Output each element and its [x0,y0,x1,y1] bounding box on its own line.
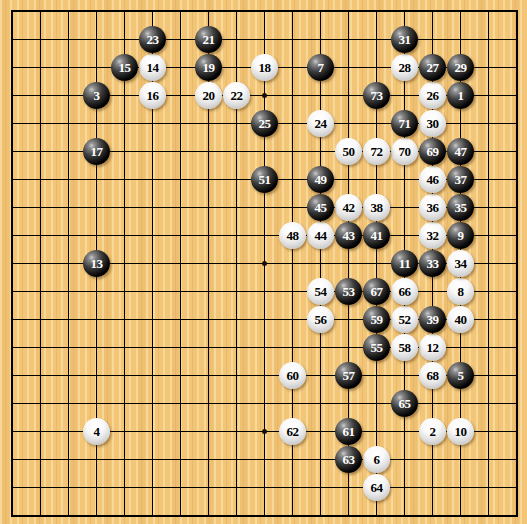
stone-white-12[interactable]: 12 [419,334,446,361]
stone-black-65[interactable]: 65 [391,390,418,417]
stone-black-37[interactable]: 37 [447,166,474,193]
stone-white-26[interactable]: 26 [419,82,446,109]
stone-white-34[interactable]: 34 [447,250,474,277]
stone-white-24[interactable]: 24 [307,110,334,137]
stone-black-51[interactable]: 51 [251,166,278,193]
stone-black-57[interactable]: 57 [335,362,362,389]
stone-white-50[interactable]: 50 [335,138,362,165]
stone-white-64[interactable]: 64 [363,474,390,501]
stone-white-44[interactable]: 44 [307,222,334,249]
stone-black-1[interactable]: 1 [447,82,474,109]
stones-layer: 1234567891011121314151617181920212223242… [0,0,527,524]
go-board-diagram: 1234567891011121314151617181920212223242… [0,0,527,524]
stone-black-15[interactable]: 15 [111,54,138,81]
stone-black-45[interactable]: 45 [307,194,334,221]
stone-black-5[interactable]: 5 [447,362,474,389]
stone-black-19[interactable]: 19 [195,54,222,81]
stone-black-35[interactable]: 35 [447,194,474,221]
stone-white-46[interactable]: 46 [419,166,446,193]
stone-white-18[interactable]: 18 [251,54,278,81]
stone-white-16[interactable]: 16 [139,82,166,109]
stone-black-67[interactable]: 67 [363,278,390,305]
stone-white-6[interactable]: 6 [363,446,390,473]
stone-white-66[interactable]: 66 [391,278,418,305]
stone-white-70[interactable]: 70 [391,138,418,165]
stone-black-29[interactable]: 29 [447,54,474,81]
stone-black-33[interactable]: 33 [419,250,446,277]
stone-black-31[interactable]: 31 [391,26,418,53]
stone-black-59[interactable]: 59 [363,306,390,333]
stone-white-40[interactable]: 40 [447,306,474,333]
stone-black-13[interactable]: 13 [83,250,110,277]
stone-black-69[interactable]: 69 [419,138,446,165]
stone-black-73[interactable]: 73 [363,82,390,109]
stone-black-71[interactable]: 71 [391,110,418,137]
stone-black-55[interactable]: 55 [363,334,390,361]
stone-black-9[interactable]: 9 [447,222,474,249]
stone-white-22[interactable]: 22 [223,82,250,109]
stone-white-42[interactable]: 42 [335,194,362,221]
stone-black-43[interactable]: 43 [335,222,362,249]
stone-white-54[interactable]: 54 [307,278,334,305]
stone-black-53[interactable]: 53 [335,278,362,305]
stone-black-61[interactable]: 61 [335,418,362,445]
stone-black-3[interactable]: 3 [83,82,110,109]
stone-black-47[interactable]: 47 [447,138,474,165]
stone-black-11[interactable]: 11 [391,250,418,277]
stone-white-58[interactable]: 58 [391,334,418,361]
stone-white-36[interactable]: 36 [419,194,446,221]
stone-white-2[interactable]: 2 [419,418,446,445]
stone-white-56[interactable]: 56 [307,306,334,333]
stone-black-23[interactable]: 23 [139,26,166,53]
stone-black-27[interactable]: 27 [419,54,446,81]
stone-white-68[interactable]: 68 [419,362,446,389]
stone-black-21[interactable]: 21 [195,26,222,53]
stone-white-10[interactable]: 10 [447,418,474,445]
stone-black-41[interactable]: 41 [363,222,390,249]
stone-white-28[interactable]: 28 [391,54,418,81]
stone-white-14[interactable]: 14 [139,54,166,81]
stone-white-20[interactable]: 20 [195,82,222,109]
stone-black-39[interactable]: 39 [419,306,446,333]
stone-black-25[interactable]: 25 [251,110,278,137]
stone-white-48[interactable]: 48 [279,222,306,249]
stone-white-30[interactable]: 30 [419,110,446,137]
stone-white-60[interactable]: 60 [279,362,306,389]
stone-black-17[interactable]: 17 [83,138,110,165]
stone-black-49[interactable]: 49 [307,166,334,193]
stone-white-4[interactable]: 4 [83,418,110,445]
stone-white-8[interactable]: 8 [447,278,474,305]
stone-black-7[interactable]: 7 [307,54,334,81]
stone-white-52[interactable]: 52 [391,306,418,333]
stone-black-63[interactable]: 63 [335,446,362,473]
stone-white-38[interactable]: 38 [363,194,390,221]
stone-white-72[interactable]: 72 [363,138,390,165]
stone-white-62[interactable]: 62 [279,418,306,445]
stone-white-32[interactable]: 32 [419,222,446,249]
